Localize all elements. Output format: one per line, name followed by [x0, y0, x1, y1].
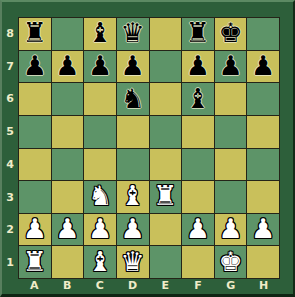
square-d3[interactable]: ♝: [117, 181, 149, 213]
square-f6[interactable]: ♝: [182, 83, 214, 115]
white-pawn-piece[interactable]: ♟: [186, 215, 210, 242]
white-knight-piece[interactable]: ♞: [88, 182, 112, 209]
rank-label-2: 2: [2, 214, 18, 247]
square-c5[interactable]: [84, 116, 116, 148]
black-king-piece[interactable]: ♚: [218, 19, 242, 46]
square-h8[interactable]: [247, 18, 279, 50]
white-rook-piece[interactable]: ♜: [153, 182, 177, 209]
black-pawn-piece[interactable]: ♟: [88, 52, 112, 79]
square-b5[interactable]: [52, 116, 84, 148]
square-g7[interactable]: ♟: [215, 51, 247, 83]
square-h2[interactable]: ♟: [247, 214, 279, 246]
black-queen-piece[interactable]: ♛: [121, 19, 145, 46]
square-a3[interactable]: [19, 181, 51, 213]
square-e1[interactable]: [150, 246, 182, 278]
white-pawn-piece[interactable]: ♟: [55, 215, 79, 242]
square-g4[interactable]: [215, 149, 247, 181]
file-label-d: D: [116, 279, 149, 295]
square-f3[interactable]: [182, 181, 214, 213]
rank-label-5: 5: [2, 115, 18, 148]
square-e6[interactable]: [150, 83, 182, 115]
square-c4[interactable]: [84, 149, 116, 181]
white-pawn-piece[interactable]: ♟: [218, 215, 242, 242]
file-labels: ABCDEFGH: [18, 279, 280, 295]
rank-label-4: 4: [2, 148, 18, 181]
black-knight-piece[interactable]: ♞: [121, 85, 145, 112]
square-c1[interactable]: ♝: [84, 246, 116, 278]
square-e3[interactable]: ♜: [150, 181, 182, 213]
file-label-e: E: [149, 279, 182, 295]
file-label-h: H: [247, 279, 280, 295]
square-e5[interactable]: [150, 116, 182, 148]
black-pawn-piece[interactable]: ♟: [251, 52, 275, 79]
black-rook-piece[interactable]: ♜: [23, 19, 47, 46]
square-b4[interactable]: [52, 149, 84, 181]
file-label-g: G: [215, 279, 248, 295]
chess-board-frame: 87654321 ♜♝♛♜♚♟♟♟♟♟♟♟♞♝♞♝♜♟♟♟♟♟♟♟♜♝♛♚ AB…: [0, 0, 295, 297]
square-b2[interactable]: ♟: [52, 214, 84, 246]
square-f4[interactable]: [182, 149, 214, 181]
square-h7[interactable]: ♟: [247, 51, 279, 83]
square-d2[interactable]: ♟: [117, 214, 149, 246]
square-g3[interactable]: [215, 181, 247, 213]
square-e2[interactable]: [150, 214, 182, 246]
square-b7[interactable]: ♟: [52, 51, 84, 83]
square-g2[interactable]: ♟: [215, 214, 247, 246]
black-pawn-piece[interactable]: ♟: [23, 52, 47, 79]
white-pawn-piece[interactable]: ♟: [121, 215, 145, 242]
rank-label-1: 1: [2, 246, 18, 279]
square-g1[interactable]: ♚: [215, 246, 247, 278]
square-a1[interactable]: ♜: [19, 246, 51, 278]
square-c7[interactable]: ♟: [84, 51, 116, 83]
white-rook-piece[interactable]: ♜: [23, 248, 47, 275]
square-d1[interactable]: ♛: [117, 246, 149, 278]
white-pawn-piece[interactable]: ♟: [251, 215, 275, 242]
square-d8[interactable]: ♛: [117, 18, 149, 50]
black-pawn-piece[interactable]: ♟: [55, 52, 79, 79]
white-bishop-piece[interactable]: ♝: [121, 182, 145, 209]
black-pawn-piece[interactable]: ♟: [218, 52, 242, 79]
square-g5[interactable]: [215, 116, 247, 148]
square-b6[interactable]: [52, 83, 84, 115]
square-b3[interactable]: [52, 181, 84, 213]
square-a4[interactable]: [19, 149, 51, 181]
square-d7[interactable]: ♟: [117, 51, 149, 83]
black-bishop-piece[interactable]: ♝: [88, 19, 112, 46]
chess-board: ♜♝♛♜♚♟♟♟♟♟♟♟♞♝♞♝♜♟♟♟♟♟♟♟♜♝♛♚: [18, 17, 280, 279]
square-h5[interactable]: [247, 116, 279, 148]
white-queen-piece[interactable]: ♛: [121, 248, 145, 275]
square-a2[interactable]: ♟: [19, 214, 51, 246]
rank-label-7: 7: [2, 50, 18, 83]
rank-label-6: 6: [2, 83, 18, 116]
square-a5[interactable]: [19, 116, 51, 148]
square-a8[interactable]: ♜: [19, 18, 51, 50]
square-f2[interactable]: ♟: [182, 214, 214, 246]
square-a7[interactable]: ♟: [19, 51, 51, 83]
square-c2[interactable]: ♟: [84, 214, 116, 246]
black-pawn-piece[interactable]: ♟: [186, 52, 210, 79]
file-label-b: B: [51, 279, 84, 295]
rank-label-8: 8: [2, 17, 18, 50]
white-pawn-piece[interactable]: ♟: [23, 215, 47, 242]
black-bishop-piece[interactable]: ♝: [186, 85, 210, 112]
white-pawn-piece[interactable]: ♟: [88, 215, 112, 242]
square-f5[interactable]: [182, 116, 214, 148]
square-h6[interactable]: [247, 83, 279, 115]
black-pawn-piece[interactable]: ♟: [121, 52, 145, 79]
file-label-f: F: [182, 279, 215, 295]
square-b1[interactable]: [52, 246, 84, 278]
file-label-c: C: [84, 279, 117, 295]
square-f1[interactable]: [182, 246, 214, 278]
rank-label-3: 3: [2, 181, 18, 214]
white-bishop-piece[interactable]: ♝: [88, 248, 112, 275]
square-h3[interactable]: [247, 181, 279, 213]
square-d6[interactable]: ♞: [117, 83, 149, 115]
white-king-piece[interactable]: ♚: [218, 248, 242, 275]
square-g6[interactable]: [215, 83, 247, 115]
square-h1[interactable]: [247, 246, 279, 278]
square-c6[interactable]: [84, 83, 116, 115]
square-d5[interactable]: [117, 116, 149, 148]
square-e7[interactable]: [150, 51, 182, 83]
square-f7[interactable]: ♟: [182, 51, 214, 83]
square-c3[interactable]: ♞: [84, 181, 116, 213]
black-rook-piece[interactable]: ♜: [186, 19, 210, 46]
square-h4[interactable]: [247, 149, 279, 181]
square-f8[interactable]: ♜: [182, 18, 214, 50]
rank-labels: 87654321: [2, 17, 18, 279]
square-a6[interactable]: [19, 83, 51, 115]
square-d4[interactable]: [117, 149, 149, 181]
square-c8[interactable]: ♝: [84, 18, 116, 50]
square-e4[interactable]: [150, 149, 182, 181]
square-g8[interactable]: ♚: [215, 18, 247, 50]
square-e8[interactable]: [150, 18, 182, 50]
square-b8[interactable]: [52, 18, 84, 50]
file-label-a: A: [18, 279, 51, 295]
